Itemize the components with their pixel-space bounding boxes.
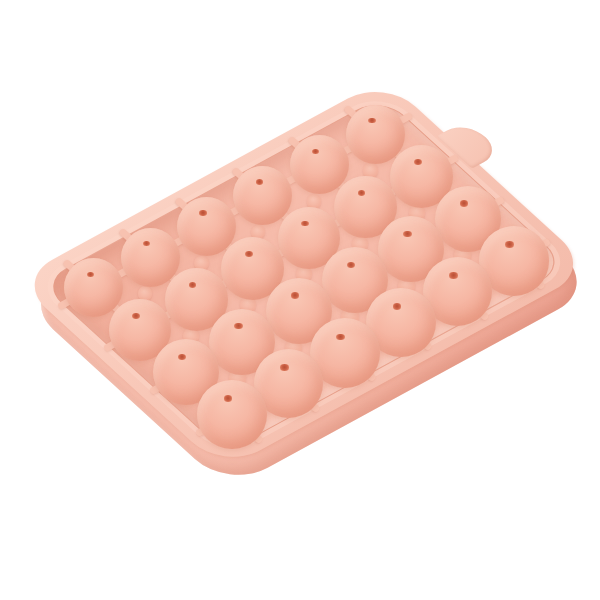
vent-hole-icon bbox=[347, 262, 355, 268]
vent-hole-icon bbox=[291, 292, 299, 298]
ice-ball-dome bbox=[346, 105, 405, 164]
vent-hole-icon bbox=[414, 159, 422, 165]
vent-hole-icon bbox=[358, 190, 366, 196]
vent-hole-icon bbox=[368, 118, 375, 124]
vent-hole-icon bbox=[143, 241, 150, 247]
vent-hole-icon bbox=[199, 210, 206, 216]
vent-hole-icon bbox=[87, 272, 94, 278]
vent-hole-icon bbox=[234, 323, 242, 329]
vent-hole-icon bbox=[245, 251, 253, 257]
vent-hole-icon bbox=[460, 200, 468, 206]
vent-hole-icon bbox=[301, 221, 309, 227]
ice-ball-dome bbox=[197, 380, 267, 450]
vent-hole-icon bbox=[505, 241, 514, 248]
vent-hole-icon bbox=[403, 231, 411, 237]
vent-hole-icon bbox=[393, 303, 402, 310]
ice-ball-dome bbox=[290, 135, 349, 194]
product-photo-stage bbox=[0, 0, 600, 600]
vent-hole-icon bbox=[336, 334, 345, 341]
vent-hole-icon bbox=[280, 364, 289, 371]
vent-hole-icon bbox=[189, 282, 197, 288]
vent-hole-icon bbox=[178, 354, 186, 360]
ice-ball-dome bbox=[121, 228, 180, 287]
vent-hole-icon bbox=[312, 149, 319, 155]
vent-hole-icon bbox=[224, 395, 233, 402]
vent-hole-icon bbox=[449, 272, 458, 279]
vent-hole-icon bbox=[132, 313, 140, 319]
ice-ball-dome bbox=[177, 197, 236, 256]
vent-hole-icon bbox=[256, 179, 263, 185]
